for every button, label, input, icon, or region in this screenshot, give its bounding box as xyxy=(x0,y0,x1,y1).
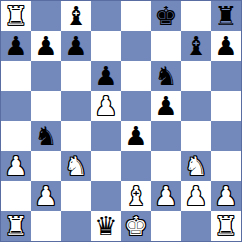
square-a7[interactable]: ♟ xyxy=(1,31,31,61)
black-bishop[interactable]: ♝ xyxy=(184,33,207,59)
square-e6[interactable] xyxy=(121,61,151,91)
square-h3[interactable] xyxy=(211,151,241,181)
square-a1[interactable]: ♜ xyxy=(1,211,31,241)
square-c8[interactable]: ♝ xyxy=(61,1,91,31)
square-b7[interactable]: ♟ xyxy=(31,31,61,61)
black-pawn[interactable]: ♟ xyxy=(214,33,237,59)
square-f1[interactable] xyxy=(151,211,181,241)
square-g6[interactable] xyxy=(181,61,211,91)
square-d3[interactable] xyxy=(91,151,121,181)
black-king[interactable]: ♚ xyxy=(154,3,177,29)
black-pawn[interactable]: ♟ xyxy=(124,123,147,149)
square-a5[interactable] xyxy=(1,91,31,121)
square-h6[interactable] xyxy=(211,61,241,91)
square-d4[interactable] xyxy=(91,121,121,151)
square-a4[interactable] xyxy=(1,121,31,151)
white-rook[interactable]: ♜ xyxy=(4,3,27,29)
square-e7[interactable] xyxy=(121,31,151,61)
square-a3[interactable]: ♟ xyxy=(1,151,31,181)
white-pawn[interactable]: ♟ xyxy=(34,183,57,209)
square-b5[interactable] xyxy=(31,91,61,121)
white-king[interactable]: ♚ xyxy=(124,213,147,239)
square-c6[interactable] xyxy=(61,61,91,91)
square-g4[interactable] xyxy=(181,121,211,151)
square-h2[interactable]: ♟ xyxy=(211,181,241,211)
square-f6[interactable]: ♞ xyxy=(151,61,181,91)
square-c3[interactable]: ♞ xyxy=(61,151,91,181)
square-d8[interactable] xyxy=(91,1,121,31)
square-c1[interactable] xyxy=(61,211,91,241)
square-a8[interactable]: ♜ xyxy=(1,1,31,31)
white-rook[interactable]: ♜ xyxy=(214,213,237,239)
square-d6[interactable]: ♟ xyxy=(91,61,121,91)
square-f3[interactable] xyxy=(151,151,181,181)
white-rook[interactable]: ♜ xyxy=(4,213,27,239)
square-e5[interactable] xyxy=(121,91,151,121)
square-g5[interactable] xyxy=(181,91,211,121)
white-pawn[interactable]: ♟ xyxy=(184,183,207,209)
square-h5[interactable] xyxy=(211,91,241,121)
black-pawn[interactable]: ♟ xyxy=(64,33,87,59)
square-b8[interactable] xyxy=(31,1,61,31)
square-b3[interactable] xyxy=(31,151,61,181)
square-c5[interactable] xyxy=(61,91,91,121)
square-g3[interactable]: ♞ xyxy=(181,151,211,181)
square-e2[interactable]: ♝ xyxy=(121,181,151,211)
square-d1[interactable]: ♛ xyxy=(91,211,121,241)
square-g8[interactable] xyxy=(181,1,211,31)
square-e4[interactable]: ♟ xyxy=(121,121,151,151)
square-a6[interactable] xyxy=(1,61,31,91)
square-f4[interactable] xyxy=(151,121,181,151)
black-pawn[interactable]: ♟ xyxy=(4,33,27,59)
square-a2[interactable] xyxy=(1,181,31,211)
square-e8[interactable] xyxy=(121,1,151,31)
white-knight[interactable]: ♞ xyxy=(184,153,207,179)
square-e3[interactable] xyxy=(121,151,151,181)
white-pawn[interactable]: ♟ xyxy=(94,93,117,119)
square-c4[interactable] xyxy=(61,121,91,151)
square-h1[interactable]: ♜ xyxy=(211,211,241,241)
black-rook[interactable]: ♜ xyxy=(214,3,237,29)
square-d5[interactable]: ♟ xyxy=(91,91,121,121)
square-b1[interactable] xyxy=(31,211,61,241)
black-knight[interactable]: ♞ xyxy=(34,123,57,149)
square-b2[interactable]: ♟ xyxy=(31,181,61,211)
black-pawn[interactable]: ♟ xyxy=(94,63,117,89)
square-d2[interactable] xyxy=(91,181,121,211)
square-c2[interactable] xyxy=(61,181,91,211)
square-f5[interactable]: ♟ xyxy=(151,91,181,121)
square-h7[interactable]: ♟ xyxy=(211,31,241,61)
square-b6[interactable] xyxy=(31,61,61,91)
square-g1[interactable] xyxy=(181,211,211,241)
square-h4[interactable] xyxy=(211,121,241,151)
black-pawn[interactable]: ♟ xyxy=(154,93,177,119)
white-knight[interactable]: ♞ xyxy=(64,153,87,179)
square-g7[interactable]: ♝ xyxy=(181,31,211,61)
square-c7[interactable]: ♟ xyxy=(61,31,91,61)
square-f8[interactable]: ♚ xyxy=(151,1,181,31)
white-pawn[interactable]: ♟ xyxy=(4,153,27,179)
square-f2[interactable]: ♟ xyxy=(151,181,181,211)
black-pawn[interactable]: ♟ xyxy=(34,33,57,59)
white-pawn[interactable]: ♟ xyxy=(154,183,177,209)
square-d7[interactable] xyxy=(91,31,121,61)
square-g2[interactable]: ♟ xyxy=(181,181,211,211)
square-h8[interactable]: ♜ xyxy=(211,1,241,31)
square-e1[interactable]: ♚ xyxy=(121,211,151,241)
white-bishop[interactable]: ♝ xyxy=(124,183,147,209)
black-bishop[interactable]: ♝ xyxy=(64,3,87,29)
black-knight[interactable]: ♞ xyxy=(154,63,177,89)
square-f7[interactable] xyxy=(151,31,181,61)
black-queen[interactable]: ♛ xyxy=(94,213,117,239)
chess-board: ♜♝♚♜♟♟♟♝♟♟♞♟♟♞♟♟♞♞♟♝♟♟♟♜♛♚♜ xyxy=(0,0,242,242)
white-pawn[interactable]: ♟ xyxy=(214,183,237,209)
square-b4[interactable]: ♞ xyxy=(31,121,61,151)
